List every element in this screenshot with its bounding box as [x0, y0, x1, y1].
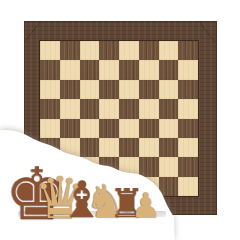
square-e8 — [119, 41, 139, 60]
square-d3 — [99, 138, 119, 157]
square-d5 — [99, 99, 119, 118]
square-f6 — [139, 80, 159, 99]
square-g6 — [159, 80, 179, 99]
square-b5 — [60, 99, 80, 118]
square-b6 — [60, 80, 80, 99]
square-d8 — [99, 41, 119, 60]
square-h7 — [178, 60, 198, 79]
square-a7 — [40, 60, 60, 79]
square-h6 — [178, 80, 198, 99]
square-a8 — [40, 41, 60, 60]
piece-pawn-light-wood: ♟ — [131, 188, 161, 222]
square-g1 — [159, 177, 179, 196]
square-c7 — [80, 60, 100, 79]
square-g7 — [159, 60, 179, 79]
square-d4 — [99, 119, 119, 138]
square-h8 — [178, 41, 198, 60]
chess-set-product-photo: ♚ ♛ ♝ ♞ ♜ ♟ — [0, 0, 240, 240]
square-c4 — [80, 119, 100, 138]
square-g8 — [159, 41, 179, 60]
square-g4 — [159, 119, 179, 138]
square-h1 — [178, 177, 198, 196]
square-c5 — [80, 99, 100, 118]
square-f5 — [139, 99, 159, 118]
square-c6 — [80, 80, 100, 99]
square-b7 — [60, 60, 80, 79]
square-a5 — [40, 99, 60, 118]
square-f8 — [139, 41, 159, 60]
square-c8 — [80, 41, 100, 60]
square-g3 — [159, 138, 179, 157]
square-a4 — [40, 119, 60, 138]
square-g2 — [159, 157, 179, 176]
square-f3 — [139, 138, 159, 157]
square-f7 — [139, 60, 159, 79]
square-e7 — [119, 60, 139, 79]
square-h3 — [178, 138, 198, 157]
square-b4 — [60, 119, 80, 138]
square-a6 — [40, 80, 60, 99]
square-d6 — [99, 80, 119, 99]
square-b8 — [60, 41, 80, 60]
square-g5 — [159, 99, 179, 118]
square-f4 — [139, 119, 159, 138]
square-e5 — [119, 99, 139, 118]
square-h2 — [178, 157, 198, 176]
square-c3 — [80, 138, 100, 157]
square-f2 — [139, 157, 159, 176]
square-h4 — [178, 119, 198, 138]
square-e6 — [119, 80, 139, 99]
square-e4 — [119, 119, 139, 138]
square-e3 — [119, 138, 139, 157]
square-h5 — [178, 99, 198, 118]
square-d7 — [99, 60, 119, 79]
